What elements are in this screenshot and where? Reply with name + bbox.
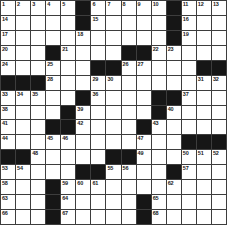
block-square-r9c10	[137, 120, 151, 134]
letter-square-r10c3[interactable]	[31, 135, 45, 149]
clue-number-66: 66	[2, 210, 8, 217]
letter-square-r6c9[interactable]	[122, 76, 136, 90]
letter-square-r9c12[interactable]	[167, 120, 181, 134]
letter-square-r7c8[interactable]	[106, 91, 120, 105]
letter-square-r10c11[interactable]	[152, 135, 166, 149]
clue-number-21: 21	[62, 46, 68, 53]
clue-number-28: 28	[47, 76, 53, 83]
letter-square-r4c14[interactable]	[197, 46, 211, 60]
clue-number-38: 38	[2, 106, 8, 113]
letter-square-r5c4[interactable]: 25	[46, 61, 60, 75]
letter-square-r15c8[interactable]	[106, 210, 120, 224]
letter-square-r14c13[interactable]	[182, 195, 196, 209]
clue-number-41: 41	[2, 120, 8, 127]
letter-square-r6c11[interactable]	[152, 76, 166, 90]
letter-square-r3c15[interactable]	[212, 31, 226, 45]
letter-square-r4c8[interactable]	[106, 46, 120, 60]
letter-square-r15c7[interactable]	[91, 210, 105, 224]
letter-square-r1c4[interactable]: 4	[46, 1, 60, 15]
letter-square-r13c14[interactable]	[197, 180, 211, 194]
block-square-r10c14	[197, 135, 211, 149]
letter-square-r14c7[interactable]	[91, 195, 105, 209]
letter-square-r8c8[interactable]	[106, 106, 120, 120]
letter-square-r7c15[interactable]	[212, 91, 226, 105]
letter-square-r4c12[interactable]: 23	[167, 46, 181, 60]
letter-square-r6c10[interactable]	[137, 76, 151, 90]
letter-square-r3c9[interactable]	[122, 31, 136, 45]
letter-square-r2c9[interactable]	[122, 16, 136, 30]
letter-square-r1c5[interactable]: 5	[61, 1, 75, 15]
block-square-r12c7	[91, 165, 105, 179]
letter-square-r6c15[interactable]: 32	[212, 76, 226, 90]
block-square-r8c11	[152, 106, 166, 120]
letter-square-r3c11[interactable]	[152, 31, 166, 45]
clue-number-67: 67	[62, 210, 68, 217]
letter-square-r1c3[interactable]: 3	[31, 1, 45, 15]
letter-square-r13c3[interactable]	[31, 180, 45, 194]
letter-square-r2c11[interactable]	[152, 16, 166, 30]
letter-square-r5c2[interactable]	[16, 61, 30, 75]
letter-square-r6c8[interactable]: 30	[106, 76, 120, 90]
letter-square-r10c12[interactable]	[167, 135, 181, 149]
letter-square-r8c15[interactable]	[212, 106, 226, 120]
letter-square-r2c1[interactable]: 14	[1, 16, 15, 30]
letter-square-r1c11[interactable]: 10	[152, 1, 166, 15]
clue-number-14: 14	[2, 16, 8, 23]
letter-square-r9c8[interactable]	[106, 120, 120, 134]
letter-square-r11c3[interactable]: 48	[31, 150, 45, 164]
clue-number-42: 42	[77, 120, 83, 127]
letter-square-r12c13[interactable]: 57	[182, 165, 196, 179]
letter-square-r6c7[interactable]: 29	[91, 76, 105, 90]
clue-number-29: 29	[92, 76, 98, 83]
letter-square-r13c11[interactable]	[152, 180, 166, 194]
letter-square-r14c15[interactable]	[212, 195, 226, 209]
clue-number-16: 16	[183, 16, 189, 23]
letter-square-r15c13[interactable]	[182, 210, 196, 224]
block-square-r11c9	[122, 150, 136, 164]
letter-square-r13c9[interactable]	[122, 180, 136, 194]
letter-square-r10c7[interactable]	[91, 135, 105, 149]
letter-square-r3c10[interactable]	[137, 31, 151, 45]
letter-square-r7c10[interactable]	[137, 91, 151, 105]
block-square-r10c15	[212, 135, 226, 149]
letter-square-r7c14[interactable]	[197, 91, 211, 105]
letter-square-r9c13[interactable]	[182, 120, 196, 134]
letter-square-r15c6[interactable]	[76, 210, 90, 224]
letter-square-r8c3[interactable]	[31, 106, 45, 120]
letter-square-r5c10[interactable]: 27	[137, 61, 151, 75]
clue-number-11: 11	[183, 1, 188, 8]
clue-number-17: 17	[2, 31, 8, 38]
letter-square-r12c9[interactable]: 56	[122, 165, 136, 179]
block-square-r4c10	[137, 46, 151, 60]
letter-square-r3c8[interactable]	[106, 31, 120, 45]
clue-number-24: 24	[2, 61, 8, 68]
block-square-r6c2	[16, 76, 30, 90]
letter-square-r8c14[interactable]	[197, 106, 211, 120]
letter-square-r5c12[interactable]	[167, 61, 181, 75]
letter-square-r13c8[interactable]	[106, 180, 120, 194]
letter-square-r6c5[interactable]	[61, 76, 75, 90]
letter-square-r13c12[interactable]: 62	[167, 180, 181, 194]
letter-square-r3c14[interactable]	[197, 31, 211, 45]
clue-number-55: 55	[107, 165, 113, 172]
letter-square-r1c13[interactable]: 11	[182, 1, 196, 15]
letter-square-r4c1[interactable]: 20	[1, 46, 15, 60]
block-square-r9c5	[61, 120, 75, 134]
clue-number-40: 40	[168, 106, 174, 113]
block-square-r6c1	[1, 76, 15, 90]
letter-square-r5c6[interactable]	[76, 61, 90, 75]
letter-square-r14c2[interactable]	[16, 195, 30, 209]
clue-number-9: 9	[138, 1, 141, 8]
clue-number-47: 47	[138, 135, 144, 142]
letter-square-r13c10[interactable]	[137, 180, 151, 194]
block-square-r14c4	[46, 195, 60, 209]
block-square-r5c15	[212, 61, 226, 75]
letter-square-r15c2[interactable]	[16, 210, 30, 224]
letter-square-r8c9[interactable]	[122, 106, 136, 120]
letter-square-r12c2[interactable]: 54	[16, 165, 30, 179]
letter-square-r4c13[interactable]	[182, 46, 196, 60]
clue-number-58: 58	[2, 180, 8, 187]
block-square-r5c7	[91, 61, 105, 75]
clue-number-56: 56	[123, 165, 129, 172]
letter-square-r2c15[interactable]	[212, 16, 226, 30]
letter-square-r2c14[interactable]	[197, 16, 211, 30]
clue-number-15: 15	[92, 16, 98, 23]
clue-number-39: 39	[77, 106, 83, 113]
letter-square-r2c2[interactable]	[16, 16, 30, 30]
block-square-r15c4	[46, 210, 60, 224]
clue-number-44: 44	[2, 135, 8, 142]
letter-square-r14c8[interactable]	[106, 195, 120, 209]
letter-square-r14c12[interactable]	[167, 195, 181, 209]
clue-number-57: 57	[183, 165, 189, 172]
block-square-r11c2	[16, 150, 30, 164]
letter-square-r9c15[interactable]	[212, 120, 226, 134]
letter-square-r11c7[interactable]	[91, 150, 105, 164]
letter-square-r5c5[interactable]	[61, 61, 75, 75]
clue-number-46: 46	[62, 135, 68, 142]
letter-square-r11c15[interactable]: 52	[212, 150, 226, 164]
letter-square-r3c1[interactable]: 17	[1, 31, 15, 45]
letter-square-r12c4[interactable]	[46, 165, 60, 179]
clue-number-22: 22	[153, 46, 159, 53]
letter-square-r4c2[interactable]	[16, 46, 30, 60]
letter-square-r12c11[interactable]	[152, 165, 166, 179]
block-square-r5c14	[197, 61, 211, 75]
letter-square-r11c14[interactable]: 51	[197, 150, 211, 164]
letter-square-r12c3[interactable]	[31, 165, 45, 179]
clue-number-27: 27	[138, 61, 144, 68]
letter-square-r6c6[interactable]	[76, 76, 90, 90]
letter-square-r9c7[interactable]	[91, 120, 105, 134]
letter-square-r10c5[interactable]: 46	[61, 135, 75, 149]
letter-square-r2c7[interactable]: 15	[91, 16, 105, 30]
letter-square-r7c1[interactable]: 33	[1, 91, 15, 105]
letter-square-r8c13[interactable]	[182, 106, 196, 120]
letter-square-r3c4[interactable]	[46, 31, 60, 45]
clue-number-10: 10	[153, 1, 159, 8]
letter-square-r1c14[interactable]: 12	[197, 1, 211, 15]
letter-square-r5c1[interactable]: 24	[1, 61, 15, 75]
block-square-r12c12	[167, 165, 181, 179]
clue-number-68: 68	[153, 210, 159, 217]
clue-number-37: 37	[183, 91, 189, 98]
letter-square-r5c9[interactable]: 26	[122, 61, 136, 75]
letter-square-r10c8[interactable]	[106, 135, 120, 149]
letter-square-r10c6[interactable]	[76, 135, 90, 149]
letter-square-r9c3[interactable]	[31, 120, 45, 134]
letter-square-r9c11[interactable]: 43	[152, 120, 166, 134]
block-square-r2c6	[76, 16, 90, 30]
letter-square-r3c5[interactable]	[61, 31, 75, 45]
letter-square-r15c9[interactable]	[122, 210, 136, 224]
letter-square-r15c1[interactable]: 66	[1, 210, 15, 224]
clue-number-32: 32	[213, 76, 219, 83]
letter-square-r7c2[interactable]: 34	[16, 91, 30, 105]
letter-square-r8c2[interactable]	[16, 106, 30, 120]
letter-square-r14c6[interactable]	[76, 195, 90, 209]
letter-square-r12c8[interactable]: 55	[106, 165, 120, 179]
clue-number-3: 3	[32, 1, 35, 8]
letter-square-r2c8[interactable]	[106, 16, 120, 30]
block-square-r1c12	[167, 1, 181, 15]
letter-square-r7c5[interactable]	[61, 91, 75, 105]
clue-number-64: 64	[62, 195, 68, 202]
letter-square-r4c7[interactable]	[91, 46, 105, 60]
clue-number-63: 63	[2, 195, 8, 202]
block-square-r2c12	[167, 16, 181, 30]
letter-square-r11c12[interactable]	[167, 150, 181, 164]
letter-square-r9c2[interactable]	[16, 120, 30, 134]
clue-number-20: 20	[2, 46, 8, 53]
clue-number-34: 34	[17, 91, 23, 98]
letter-square-r14c9[interactable]	[122, 195, 136, 209]
letter-square-r14c14[interactable]	[197, 195, 211, 209]
letter-square-r6c14[interactable]: 31	[197, 76, 211, 90]
block-square-r11c8	[106, 150, 120, 164]
letter-square-r2c13[interactable]: 16	[182, 16, 196, 30]
letter-square-r1c9[interactable]: 8	[122, 1, 136, 15]
clue-number-49: 49	[138, 150, 144, 157]
block-square-r1c6	[76, 1, 90, 15]
clue-number-61: 61	[92, 180, 98, 187]
letter-square-r11c10[interactable]: 49	[137, 150, 151, 164]
letter-square-r8c1[interactable]: 38	[1, 106, 15, 120]
clue-number-19: 19	[183, 31, 189, 38]
letter-square-r15c14[interactable]	[197, 210, 211, 224]
clue-number-36: 36	[92, 91, 98, 98]
clue-number-60: 60	[77, 180, 83, 187]
letter-square-r12c5[interactable]	[61, 165, 75, 179]
letter-square-r15c11[interactable]: 68	[152, 210, 166, 224]
letter-square-r8c12[interactable]: 40	[167, 106, 181, 120]
letter-square-r4c5[interactable]: 21	[61, 46, 75, 60]
block-square-r4c9	[122, 46, 136, 60]
letter-square-r15c3[interactable]	[31, 210, 45, 224]
letter-square-r2c10[interactable]	[137, 16, 151, 30]
letter-square-r2c4[interactable]	[46, 16, 60, 30]
clue-number-59: 59	[62, 180, 68, 187]
clue-number-7: 7	[107, 1, 110, 8]
crossword-board: 1234567891011121314151617181920212223242…	[0, 0, 227, 225]
letter-square-r8c6[interactable]: 39	[76, 106, 90, 120]
letter-square-r14c3[interactable]	[31, 195, 45, 209]
letter-square-r5c3[interactable]	[31, 61, 45, 75]
letter-square-r9c14[interactable]	[197, 120, 211, 134]
letter-square-r13c13[interactable]	[182, 180, 196, 194]
letter-square-r8c7[interactable]	[91, 106, 105, 120]
letter-square-r13c5[interactable]: 59	[61, 180, 75, 194]
letter-square-r1c7[interactable]: 6	[91, 1, 105, 15]
clue-number-8: 8	[123, 1, 126, 8]
letter-square-r14c11[interactable]: 65	[152, 195, 166, 209]
letter-square-r9c9[interactable]	[122, 120, 136, 134]
clue-number-12: 12	[198, 1, 204, 8]
block-square-r4c4	[46, 46, 60, 60]
block-square-r7c11	[152, 91, 166, 105]
clue-number-54: 54	[17, 165, 23, 172]
letter-square-r15c5[interactable]: 67	[61, 210, 75, 224]
letter-square-r11c5[interactable]	[61, 150, 75, 164]
clue-number-25: 25	[47, 61, 53, 68]
clue-number-23: 23	[168, 46, 174, 53]
letter-square-r5c11[interactable]	[152, 61, 166, 75]
letter-square-r7c3[interactable]: 35	[31, 91, 45, 105]
letter-square-r6c12[interactable]	[167, 76, 181, 90]
letter-square-r3c2[interactable]	[16, 31, 30, 45]
clue-number-45: 45	[47, 135, 53, 142]
letter-square-r12c1[interactable]: 53	[1, 165, 15, 179]
letter-square-r4c11[interactable]: 22	[152, 46, 166, 60]
letter-square-r3c6[interactable]: 18	[76, 31, 90, 45]
block-square-r13c4	[46, 180, 60, 194]
letter-square-r10c9[interactable]	[122, 135, 136, 149]
letter-square-r6c13[interactable]	[182, 76, 196, 90]
letter-square-r1c10[interactable]: 9	[137, 1, 151, 15]
letter-square-r9c6[interactable]: 42	[76, 120, 90, 134]
letter-square-r10c4[interactable]: 45	[46, 135, 60, 149]
clue-number-53: 53	[2, 165, 8, 172]
letter-square-r11c13[interactable]: 50	[182, 150, 196, 164]
letter-square-r7c9[interactable]	[122, 91, 136, 105]
letter-square-r12c15[interactable]	[212, 165, 226, 179]
letter-square-r2c3[interactable]	[31, 16, 45, 30]
letter-square-r11c4[interactable]	[46, 150, 60, 164]
letter-square-r12c10[interactable]	[137, 165, 151, 179]
clue-number-51: 51	[198, 150, 204, 157]
clue-number-50: 50	[183, 150, 189, 157]
letter-square-r13c6[interactable]: 60	[76, 180, 90, 194]
block-square-r7c12	[167, 91, 181, 105]
letter-square-r11c11[interactable]	[152, 150, 166, 164]
block-square-r14c10	[137, 195, 151, 209]
letter-square-r15c12[interactable]	[167, 210, 181, 224]
clue-number-30: 30	[107, 76, 113, 83]
letter-square-r10c10[interactable]: 47	[137, 135, 151, 149]
letter-square-r3c7[interactable]	[91, 31, 105, 45]
crossword-puzzle: 1234567891011121314151617181920212223242…	[0, 0, 227, 225]
letter-square-r11c6[interactable]	[76, 150, 90, 164]
letter-square-r3c13[interactable]: 19	[182, 31, 196, 45]
letter-square-r7c7[interactable]: 36	[91, 91, 105, 105]
letter-square-r1c1[interactable]: 1	[1, 1, 15, 15]
letter-square-r4c3[interactable]	[31, 46, 45, 60]
letter-square-r7c4[interactable]	[46, 91, 60, 105]
block-square-r10c13	[182, 135, 196, 149]
letter-square-r1c15[interactable]: 13	[212, 1, 226, 15]
clue-number-18: 18	[77, 31, 83, 38]
letter-square-r1c8[interactable]: 7	[106, 1, 120, 15]
letter-square-r10c2[interactable]	[16, 135, 30, 149]
clue-number-31: 31	[198, 76, 204, 83]
clue-number-43: 43	[153, 120, 159, 127]
letter-square-r8c4[interactable]	[46, 106, 60, 120]
letter-square-r9c1[interactable]: 41	[1, 120, 15, 134]
clue-number-26: 26	[123, 61, 129, 68]
clue-number-48: 48	[32, 150, 38, 157]
block-square-r3c12	[167, 31, 181, 45]
letter-square-r3c3[interactable]	[31, 31, 45, 45]
clue-number-5: 5	[62, 1, 65, 8]
letter-square-r13c7[interactable]: 61	[91, 180, 105, 194]
clue-number-52: 52	[213, 150, 219, 157]
letter-square-r1c2[interactable]: 2	[16, 1, 30, 15]
clue-number-2: 2	[17, 1, 20, 8]
block-square-r9c4	[46, 120, 60, 134]
letter-square-r13c15[interactable]	[212, 180, 226, 194]
letter-square-r4c15[interactable]	[212, 46, 226, 60]
letter-square-r13c2[interactable]	[16, 180, 30, 194]
clue-number-1: 1	[2, 1, 5, 8]
clue-number-65: 65	[153, 195, 159, 202]
block-square-r15c10	[137, 210, 151, 224]
clue-number-4: 4	[47, 1, 50, 8]
letter-square-r4c6[interactable]	[76, 46, 90, 60]
block-square-r5c8	[106, 61, 120, 75]
letter-square-r6c4[interactable]: 28	[46, 76, 60, 90]
letter-square-r2c5[interactable]	[61, 16, 75, 30]
clue-number-6: 6	[92, 1, 95, 8]
letter-square-r12c14[interactable]	[197, 165, 211, 179]
block-square-r12c6	[76, 165, 90, 179]
letter-square-r14c1[interactable]: 63	[1, 195, 15, 209]
clue-number-33: 33	[2, 91, 8, 98]
letter-square-r7c13[interactable]: 37	[182, 91, 196, 105]
block-square-r7c6	[76, 91, 90, 105]
block-square-r6c3	[31, 76, 45, 90]
clue-number-35: 35	[32, 91, 38, 98]
block-square-r11c1	[1, 150, 15, 164]
clue-number-62: 62	[168, 180, 174, 187]
letter-square-r10c1[interactable]: 44	[1, 135, 15, 149]
letter-square-r8c10[interactable]	[137, 106, 151, 120]
block-square-r8c5	[61, 106, 75, 120]
letter-square-r13c1[interactable]: 58	[1, 180, 15, 194]
letter-square-r15c15[interactable]	[212, 210, 226, 224]
letter-square-r14c5[interactable]: 64	[61, 195, 75, 209]
letter-square-r5c13[interactable]	[182, 61, 196, 75]
clue-number-13: 13	[213, 1, 219, 8]
